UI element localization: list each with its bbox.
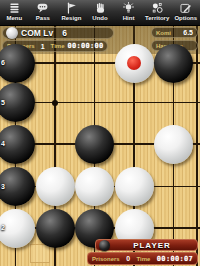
board-row-label: 6 [1, 59, 9, 67]
opponent-name: COM Lv [21, 28, 53, 38]
player-name: PLAYER [110, 241, 194, 250]
options-icon [179, 2, 192, 14]
last-move-marker [127, 56, 141, 70]
resign-button[interactable]: Resign [57, 0, 86, 25]
options-button-label: Options [174, 15, 197, 21]
komi-value: 6.5 [183, 29, 193, 36]
board-square-marker [30, 244, 50, 263]
pass-button-label: Pass [36, 15, 50, 21]
player-prisoners-label: Prisoners [92, 256, 120, 262]
player-time-label: Time [137, 256, 151, 262]
white-stone-icon [6, 27, 18, 39]
white-stone [115, 44, 154, 83]
player-prisoners-pill: Prisoners 0 Time 00:00:07 [87, 252, 198, 265]
opponent-level: 6 [62, 28, 67, 38]
menu-button-label: Menu [6, 15, 22, 21]
hint-button[interactable]: Hint [114, 0, 143, 25]
resign-icon [65, 2, 78, 14]
white-stone [154, 125, 193, 164]
opponent-time-label: Time [51, 43, 65, 49]
black-stone [75, 125, 114, 164]
star-point [52, 100, 58, 106]
opponent-info-pill: COM Lv 6 [2, 27, 114, 39]
player-time-value: 00:00:07 [157, 255, 193, 263]
territory-icon [151, 2, 164, 14]
board-row-label: 2 [1, 224, 9, 232]
territory-button[interactable]: Territory [143, 0, 172, 25]
hint-icon [122, 2, 135, 14]
opponent-prisoners-value: 1 [41, 43, 45, 50]
toolbar: Menu Pass Resign Undo [0, 0, 200, 26]
pass-button[interactable]: Pass [29, 0, 58, 25]
options-button[interactable]: Options [171, 0, 200, 25]
hint-button-label: Hint [123, 15, 135, 21]
territory-button-label: Territory [145, 15, 169, 21]
board-row-label: 4 [1, 140, 9, 148]
black-stone [36, 209, 75, 248]
menu-button[interactable]: Menu [0, 0, 29, 25]
resign-button-label: Resign [61, 15, 81, 21]
menu-icon [8, 2, 21, 14]
komi-label: Komi [156, 30, 171, 36]
board-row-label: 5 [1, 99, 9, 107]
komi-pill: Komi 6.5 [151, 27, 198, 38]
go-app-screen: 65432 COM Lv 6 Komi 6.5 Prisoners 1 Time… [0, 0, 200, 266]
player-prisoners-value: 0 [126, 255, 130, 262]
undo-button-label: Undo [92, 15, 107, 21]
pass-icon [36, 2, 49, 14]
player-status-bar: PLAYER Prisoners 0 Time 00:00:07 [87, 239, 200, 265]
board-row-label: 3 [1, 183, 9, 191]
white-stone [75, 167, 114, 206]
black-stone-icon [99, 240, 110, 251]
undo-button[interactable]: Undo [86, 0, 115, 25]
player-name-pill: PLAYER [95, 239, 198, 251]
white-stone [115, 167, 154, 206]
black-stone [154, 44, 193, 83]
white-stone [36, 167, 75, 206]
opponent-time-value: 00:00:00 [68, 42, 104, 50]
undo-icon [94, 2, 107, 14]
